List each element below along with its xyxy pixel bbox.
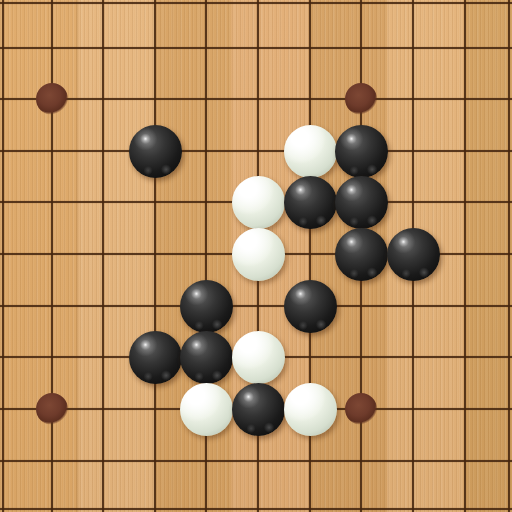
white-stone[interactable] bbox=[284, 383, 337, 436]
black-stone[interactable] bbox=[180, 280, 233, 333]
black-stone[interactable] bbox=[232, 383, 285, 436]
grid-line-horizontal bbox=[0, 2, 512, 4]
grid-line-horizontal bbox=[0, 508, 512, 510]
star-point bbox=[36, 83, 68, 115]
white-stone[interactable] bbox=[232, 331, 285, 384]
black-stone[interactable] bbox=[129, 331, 182, 384]
grid-line-horizontal bbox=[0, 460, 512, 462]
black-stone[interactable] bbox=[180, 331, 233, 384]
star-point bbox=[36, 393, 68, 425]
black-stone[interactable] bbox=[284, 176, 337, 229]
grid-line-vertical bbox=[508, 0, 510, 512]
grid-line-horizontal bbox=[0, 150, 512, 152]
white-stone[interactable] bbox=[284, 125, 337, 178]
grid-line-vertical bbox=[2, 0, 4, 512]
grid-line-vertical bbox=[154, 0, 156, 512]
grid-line-horizontal bbox=[0, 305, 512, 307]
white-stone[interactable] bbox=[180, 383, 233, 436]
white-stone[interactable] bbox=[232, 176, 285, 229]
go-board[interactable] bbox=[0, 0, 512, 512]
grid-line-horizontal bbox=[0, 47, 512, 49]
star-point bbox=[345, 83, 377, 115]
black-stone[interactable] bbox=[335, 228, 388, 281]
grid-line-vertical bbox=[464, 0, 466, 512]
black-stone[interactable] bbox=[129, 125, 182, 178]
white-stone[interactable] bbox=[232, 228, 285, 281]
grid-line-vertical bbox=[102, 0, 104, 512]
grid-line-horizontal bbox=[0, 98, 512, 100]
black-stone[interactable] bbox=[284, 280, 337, 333]
grid-line-vertical bbox=[51, 0, 53, 512]
black-stone[interactable] bbox=[335, 176, 388, 229]
black-stone[interactable] bbox=[335, 125, 388, 178]
star-point bbox=[345, 393, 377, 425]
black-stone[interactable] bbox=[387, 228, 440, 281]
